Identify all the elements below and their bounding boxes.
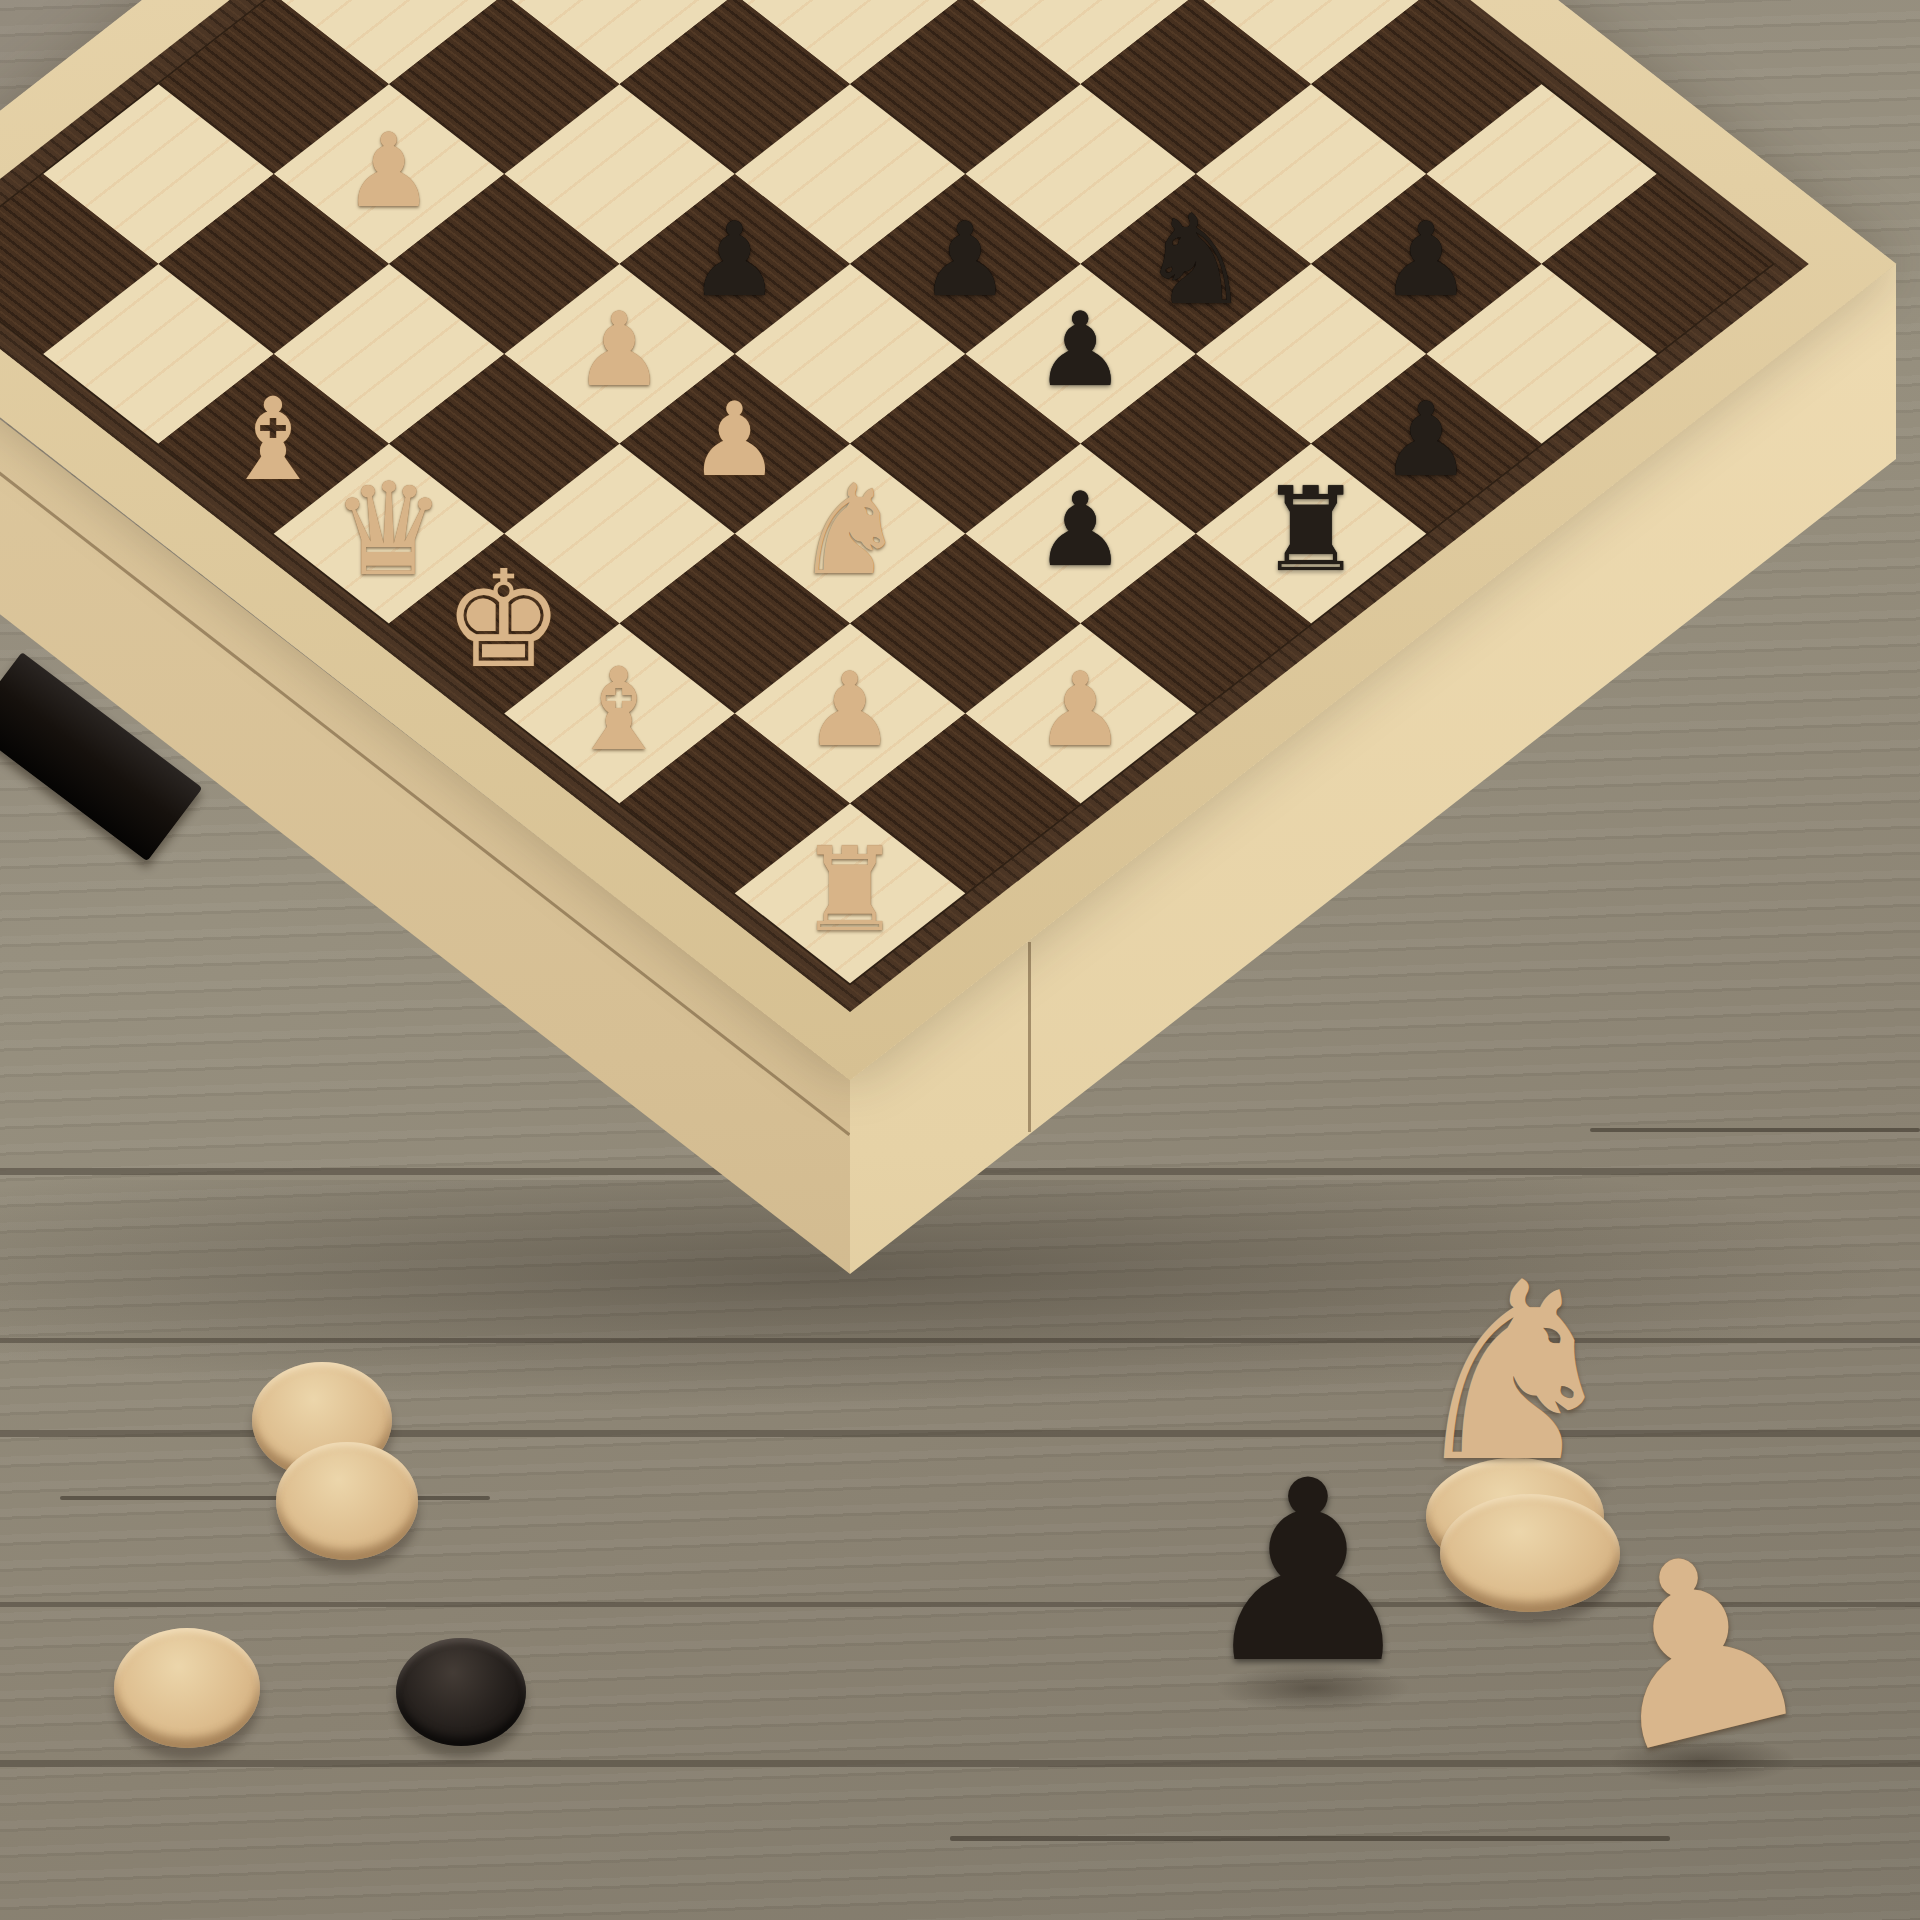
checker-dark-single-black[interactable] [396,1638,526,1746]
piece-black-pawn-g4[interactable]: ♟ [1035,479,1126,581]
plank-seam [0,1168,1920,1175]
checker-light-single-left[interactable] [114,1628,260,1748]
plank-crack [1590,1128,1920,1132]
table-black-pawn[interactable]: ♟ [1196,1448,1420,1698]
piece-white-queen-d1[interactable]: ♛ [332,466,447,594]
piece-white-rook-h1[interactable]: ♜ [798,831,902,947]
piece-white-pawn-e3[interactable]: ♟ [689,389,780,491]
checker-light-stacked-pair-bottom[interactable] [276,1442,418,1560]
piece-black-rook-h5[interactable]: ♜ [1259,472,1363,588]
piece-white-bishop-c1[interactable]: ♝ [223,383,325,497]
plank-crack [950,1836,1670,1841]
piece-white-pawn-h3[interactable]: ♟ [1035,659,1126,761]
piece-black-pawn-d4[interactable]: ♟ [689,209,780,311]
chess-photo-scene: ♟♞♟♟♟♜♟♟♟♟♟♞♟♟♝♛♚♝♜ ♞♟♟ [0,0,1920,1920]
table-knight-on-checkers[interactable]: ♞ [1404,1250,1625,1496]
piece-black-pawn-e5[interactable]: ♟ [920,209,1011,311]
plank-crack [60,1496,490,1500]
piece-white-bishop-f1[interactable]: ♝ [568,653,670,767]
piece-white-pawn-g2[interactable]: ♟ [804,659,895,761]
piece-white-king-e1[interactable]: ♚ [444,553,564,687]
piece-white-pawn-d3[interactable]: ♟ [574,299,665,401]
piece-black-knight-f6[interactable]: ♞ [1140,198,1251,322]
piece-white-knight-f3[interactable]: ♞ [794,468,905,592]
piece-black-pawn-f5[interactable]: ♟ [1035,299,1126,401]
piece-black-pawn-h6[interactable]: ♟ [1381,389,1472,491]
piece-black-pawn-g7[interactable]: ♟ [1381,209,1472,311]
piece-white-pawn-b3[interactable]: ♟ [343,119,434,221]
